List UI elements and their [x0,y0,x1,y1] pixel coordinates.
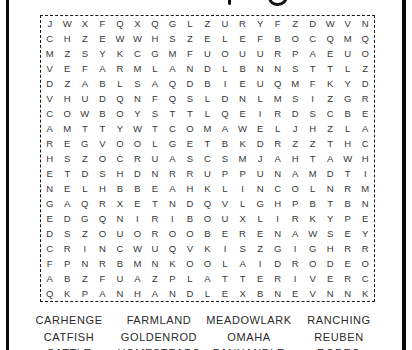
grid-cell[interactable]: U [216,211,234,226]
grid-cell[interactable]: B [59,271,77,286]
grid-cell[interactable]: R [269,136,287,151]
grid-cell[interactable]: R [269,46,287,61]
grid-cell[interactable]: Q [164,76,182,91]
grid-cell[interactable]: U [251,46,269,61]
grid-cell[interactable]: G [76,211,94,226]
grid-cell[interactable]: K [356,286,374,301]
grid-cell[interactable]: L [269,121,287,136]
grid-cell[interactable]: A [94,286,112,301]
grid-cell[interactable]: Z [321,121,339,136]
grid-cell[interactable]: K [111,46,129,61]
grid-cell[interactable]: K [199,181,217,196]
grid-cell[interactable]: D [129,166,147,181]
grid-cell[interactable]: N [146,256,164,271]
grid-cell[interactable]: W [59,16,77,31]
grid-cell[interactable]: D [94,91,112,106]
grid-cell[interactable]: A [286,226,304,241]
grid-cell[interactable]: N [269,61,287,76]
grid-cell[interactable]: J [41,16,59,31]
grid-cell[interactable]: D [269,256,287,271]
grid-cell[interactable]: C [129,46,147,61]
grid-cell[interactable]: M [129,61,147,76]
grid-cell[interactable]: E [146,181,164,196]
grid-cell[interactable]: I [251,256,269,271]
grid-cell[interactable]: D [76,166,94,181]
grid-cell[interactable]: R [146,226,164,241]
grid-cell[interactable]: D [304,16,322,31]
grid-cell[interactable]: N [94,241,112,256]
grid-cell[interactable]: M [59,121,77,136]
grid-cell[interactable]: O [356,256,374,271]
grid-cell[interactable]: B [234,61,252,76]
grid-cell[interactable]: Q [269,76,287,91]
grid-cell[interactable]: I [234,181,252,196]
grid-cell[interactable]: W [129,241,147,256]
grid-cell[interactable]: N [339,286,357,301]
grid-cell[interactable]: S [59,226,77,241]
grid-cell[interactable]: Z [76,271,94,286]
grid-cell[interactable]: G [269,241,287,256]
grid-cell[interactable]: Z [286,136,304,151]
grid-cell[interactable]: D [216,91,234,106]
grid-cell[interactable]: T [321,196,339,211]
grid-cell[interactable]: L [234,196,252,211]
grid-cell[interactable]: E [234,31,252,46]
grid-cell[interactable]: R [269,106,287,121]
grid-cell[interactable]: B [94,106,112,121]
grid-cell[interactable]: H [181,181,199,196]
grid-cell[interactable]: G [164,16,182,31]
grid-cell[interactable]: R [339,271,357,286]
grid-cell[interactable]: D [251,136,269,151]
grid-cell[interactable]: Z [76,226,94,241]
grid-cell[interactable]: S [76,46,94,61]
grid-cell[interactable]: R [356,241,374,256]
grid-cell[interactable]: A [164,181,182,196]
grid-cell[interactable]: O [286,181,304,196]
grid-cell[interactable]: D [41,226,59,241]
grid-cell[interactable]: E [339,226,357,241]
grid-cell[interactable]: M [164,46,182,61]
grid-cell[interactable]: D [181,196,199,211]
grid-cell[interactable]: R [339,241,357,256]
grid-cell[interactable]: S [304,106,322,121]
grid-cell[interactable]: N [356,16,374,31]
grid-cell[interactable]: B [94,76,112,91]
grid-cell[interactable]: C [269,181,287,196]
grid-cell[interactable]: C [199,151,217,166]
grid-cell[interactable]: N [76,256,94,271]
grid-cell[interactable]: N [269,226,287,241]
grid-cell[interactable]: O [129,226,147,241]
grid-cell[interactable]: U [251,76,269,91]
grid-cell[interactable]: N [146,166,164,181]
grid-cell[interactable]: R [339,181,357,196]
grid-cell[interactable]: Q [356,31,374,46]
grid-cell[interactable]: V [304,286,322,301]
grid-cell[interactable]: S [146,106,164,121]
grid-cell[interactable]: X [111,196,129,211]
grid-cell[interactable]: L [199,286,217,301]
grid-cell[interactable]: D [59,211,77,226]
grid-cell[interactable]: T [59,166,77,181]
grid-cell[interactable]: L [339,121,357,136]
grid-cell[interactable]: A [94,61,112,76]
grid-cell[interactable]: E [251,121,269,136]
grid-cell[interactable]: N [269,166,287,181]
grid-cell[interactable]: E [234,106,252,121]
grid-cell[interactable]: E [129,196,147,211]
grid-cell[interactable]: R [59,241,77,256]
grid-cell[interactable]: U [234,46,252,61]
grid-cell[interactable]: W [234,121,252,136]
grid-cell[interactable]: E [94,31,112,46]
grid-cell[interactable]: Z [146,271,164,286]
grid-cell[interactable]: N [321,286,339,301]
grid-cell[interactable]: L [146,61,164,76]
grid-cell[interactable]: V [41,61,59,76]
grid-cell[interactable]: H [339,136,357,151]
grid-cell[interactable]: Z [59,46,77,61]
grid-cell[interactable]: A [41,121,59,136]
grid-cell[interactable]: G [76,136,94,151]
grid-cell[interactable]: A [199,271,217,286]
grid-cell[interactable]: T [234,271,252,286]
grid-cell[interactable]: C [164,121,182,136]
grid-cell[interactable]: S [94,166,112,181]
grid-cell[interactable]: T [321,61,339,76]
grid-cell[interactable]: E [251,226,269,241]
grid-cell[interactable]: B [339,106,357,121]
grid-cell[interactable]: A [129,271,147,286]
grid-cell[interactable]: O [129,136,147,151]
grid-cell[interactable]: V [216,196,234,211]
grid-cell[interactable]: P [286,196,304,211]
grid-cell[interactable]: T [146,121,164,136]
grid-cell[interactable]: S [181,91,199,106]
grid-cell[interactable]: O [94,151,112,166]
grid-cell[interactable]: N [181,61,199,76]
grid-cell[interactable]: H [146,31,164,46]
grid-cell[interactable]: I [286,271,304,286]
grid-cell[interactable]: I [216,241,234,256]
grid-cell[interactable]: M [41,46,59,61]
grid-cell[interactable]: H [356,151,374,166]
grid-cell[interactable]: L [216,61,234,76]
grid-cell[interactable]: N [321,181,339,196]
grid-cell[interactable]: H [129,286,147,301]
grid-cell[interactable]: U [216,16,234,31]
grid-cell[interactable]: I [164,211,182,226]
grid-cell[interactable]: E [234,76,252,91]
grid-cell[interactable]: T [76,121,94,136]
grid-cell[interactable]: L [251,91,269,106]
grid-cell[interactable]: K [164,256,182,271]
grid-cell[interactable]: A [146,76,164,91]
grid-cell[interactable]: N [129,91,147,106]
grid-cell[interactable]: H [41,151,59,166]
grid-cell[interactable]: Y [321,211,339,226]
grid-cell[interactable]: F [304,76,322,91]
grid-cell[interactable]: A [269,151,287,166]
grid-cell[interactable]: B [111,256,129,271]
grid-cell[interactable]: N [234,91,252,106]
grid-cell[interactable]: P [76,286,94,301]
grid-cell[interactable]: R [286,256,304,271]
grid-cell[interactable]: W [76,106,94,121]
grid-cell[interactable]: W [304,226,322,241]
grid-cell[interactable]: T [304,61,322,76]
grid-cell[interactable]: T [146,196,164,211]
grid-cell[interactable]: S [216,151,234,166]
grid-cell[interactable]: Y [94,46,112,61]
grid-cell[interactable]: A [304,46,322,61]
grid-cell[interactable]: Z [286,16,304,31]
grid-cell[interactable]: W [339,151,357,166]
grid-cell[interactable]: Z [59,76,77,91]
grid-cell[interactable]: D [321,256,339,271]
grid-cell[interactable]: G [304,241,322,256]
grid-cell[interactable]: O [356,46,374,61]
grid-cell[interactable]: O [94,226,112,241]
grid-cell[interactable]: D [286,106,304,121]
grid-cell[interactable]: U [111,271,129,286]
grid-cell[interactable]: F [146,91,164,106]
grid-cell[interactable]: S [181,151,199,166]
grid-cell[interactable]: B [304,196,322,211]
grid-cell[interactable]: E [59,181,77,196]
grid-cell[interactable]: B [199,76,217,91]
grid-cell[interactable]: R [94,256,112,271]
grid-cell[interactable]: X [234,286,252,301]
grid-cell[interactable]: B [111,181,129,196]
grid-cell[interactable]: O [199,256,217,271]
grid-cell[interactable]: S [286,91,304,106]
grid-cell[interactable]: C [41,106,59,121]
grid-cell[interactable]: U [339,46,357,61]
grid-cell[interactable]: H [269,196,287,211]
grid-cell[interactable]: M [286,76,304,91]
grid-cell[interactable]: E [321,271,339,286]
grid-cell[interactable]: Q [164,241,182,256]
grid-cell[interactable]: Z [76,151,94,166]
grid-cell[interactable]: C [41,31,59,46]
grid-cell[interactable]: H [111,166,129,181]
grid-cell[interactable]: M [234,151,252,166]
grid-cell[interactable]: L [199,91,217,106]
grid-cell[interactable]: J [286,121,304,136]
grid-cell[interactable]: H [321,241,339,256]
grid-cell[interactable]: Q [199,196,217,211]
grid-cell[interactable]: F [181,46,199,61]
grid-cell[interactable]: F [94,16,112,31]
grid-cell[interactable]: Q [146,16,164,31]
grid-cell[interactable]: C [321,106,339,121]
grid-cell[interactable]: U [199,46,217,61]
grid-cell[interactable]: R [94,196,112,211]
grid-cell[interactable]: R [356,91,374,106]
grid-cell[interactable]: I [76,241,94,256]
grid-cell[interactable]: S [321,226,339,241]
grid-cell[interactable]: G [41,196,59,211]
grid-cell[interactable]: Q [164,91,182,106]
grid-cell[interactable]: T [304,151,322,166]
grid-cell[interactable]: M [199,121,217,136]
grid-cell[interactable]: N [251,61,269,76]
grid-cell[interactable]: S [59,151,77,166]
grid-cell[interactable]: U [251,166,269,181]
grid-cell[interactable]: M [129,256,147,271]
grid-cell[interactable]: P [164,271,182,286]
grid-cell[interactable]: Q [111,16,129,31]
grid-cell[interactable]: Z [356,61,374,76]
grid-cell[interactable]: R [181,166,199,181]
grid-cell[interactable]: D [41,76,59,91]
grid-cell[interactable]: H [59,91,77,106]
grid-cell[interactable]: O [181,121,199,136]
grid-cell[interactable]: R [234,16,252,31]
grid-cell[interactable]: M [356,181,374,196]
grid-cell[interactable]: H [286,151,304,166]
grid-cell[interactable]: E [199,31,217,46]
grid-cell[interactable]: P [59,256,77,271]
grid-cell[interactable]: R [234,226,252,241]
grid-cell[interactable]: I [251,106,269,121]
grid-cell[interactable]: R [146,211,164,226]
grid-cell[interactable]: T [339,166,357,181]
grid-cell[interactable]: R [164,166,182,181]
grid-cell[interactable]: U [76,91,94,106]
grid-cell[interactable]: O [199,211,217,226]
grid-cell[interactable]: H [304,121,322,136]
grid-cell[interactable]: L [181,271,199,286]
grid-cell[interactable]: I [356,166,374,181]
grid-cell[interactable]: W [321,16,339,31]
grid-cell[interactable]: U [146,151,164,166]
grid-cell[interactable]: R [286,211,304,226]
grid-cell[interactable]: L [251,211,269,226]
grid-cell[interactable]: F [76,61,94,76]
grid-cell[interactable]: T [321,136,339,151]
grid-cell[interactable]: U [146,241,164,256]
grid-cell[interactable]: W [111,31,129,46]
grid-cell[interactable]: B [339,196,357,211]
grid-cell[interactable]: Q [94,211,112,226]
grid-cell[interactable]: I [269,211,287,226]
grid-cell[interactable]: R [41,136,59,151]
grid-cell[interactable]: V [181,241,199,256]
grid-cell[interactable]: X [129,16,147,31]
grid-cell[interactable]: A [76,76,94,91]
grid-cell[interactable]: G [164,136,182,151]
grid-cell[interactable]: L [216,181,234,196]
grid-cell[interactable]: I [129,211,147,226]
grid-cell[interactable]: K [234,136,252,151]
grid-cell[interactable]: N [164,196,182,211]
grid-cell[interactable]: A [216,121,234,136]
grid-cell[interactable]: G [146,46,164,61]
grid-cell[interactable]: W [129,121,147,136]
grid-cell[interactable]: H [59,31,77,46]
grid-cell[interactable]: R [129,151,147,166]
grid-cell[interactable]: W [129,31,147,46]
grid-cell[interactable]: L [216,256,234,271]
grid-cell[interactable]: F [251,31,269,46]
grid-cell[interactable]: S [234,241,252,256]
grid-cell[interactable]: P [234,166,252,181]
grid-cell[interactable]: X [76,16,94,31]
grid-cell[interactable]: Q [111,91,129,106]
grid-cell[interactable]: A [41,271,59,286]
grid-cell[interactable]: Z [199,16,217,31]
grid-cell[interactable]: S [164,31,182,46]
grid-cell[interactable]: C [356,271,374,286]
grid-cell[interactable]: N [164,286,182,301]
grid-cell[interactable]: O [59,106,77,121]
grid-cell[interactable]: O [181,256,199,271]
grid-cell[interactable]: D [199,61,217,76]
grid-cell[interactable]: I [304,91,322,106]
grid-cell[interactable]: A [286,166,304,181]
grid-cell[interactable]: R [269,271,287,286]
grid-cell[interactable]: B [269,31,287,46]
grid-cell[interactable]: V [339,16,357,31]
grid-cell[interactable]: U [199,166,217,181]
grid-cell[interactable]: Z [321,91,339,106]
grid-cell[interactable]: D [321,166,339,181]
grid-cell[interactable]: Y [339,76,357,91]
grid-cell[interactable]: Z [76,31,94,46]
grid-cell[interactable]: V [41,91,59,106]
grid-cell[interactable]: G [251,196,269,211]
grid-cell[interactable]: V [304,271,322,286]
grid-cell[interactable]: O [111,106,129,121]
grid-cell[interactable]: N [111,211,129,226]
grid-cell[interactable]: E [356,106,374,121]
grid-cell[interactable]: A [321,151,339,166]
grid-cell[interactable]: I [286,241,304,256]
grid-cell[interactable]: P [339,211,357,226]
grid-cell[interactable]: E [216,226,234,241]
grid-cell[interactable]: K [304,211,322,226]
grid-cell[interactable]: O [286,31,304,46]
grid-cell[interactable]: D [181,286,199,301]
grid-cell[interactable]: C [111,241,129,256]
grid-cell[interactable]: M [269,91,287,106]
grid-cell[interactable]: P [216,166,234,181]
grid-cell[interactable]: E [286,286,304,301]
grid-cell[interactable]: N [41,181,59,196]
grid-cell[interactable]: R [111,61,129,76]
grid-cell[interactable]: T [164,106,182,121]
grid-cell[interactable]: N [269,286,287,301]
grid-cell[interactable]: N [356,196,374,211]
grid-cell[interactable]: Y [111,121,129,136]
grid-cell[interactable]: E [59,136,77,151]
grid-cell[interactable]: C [111,151,129,166]
grid-cell[interactable]: B [181,211,199,226]
grid-cell[interactable]: F [41,256,59,271]
grid-cell[interactable]: B [251,286,269,301]
grid-cell[interactable]: I [216,76,234,91]
grid-cell[interactable]: A [59,196,77,211]
grid-cell[interactable]: Y [251,16,269,31]
grid-cell[interactable]: Q [216,106,234,121]
grid-cell[interactable]: L [339,61,357,76]
grid-cell[interactable]: E [41,211,59,226]
grid-cell[interactable]: G [339,91,357,106]
grid-cell[interactable]: C [304,31,322,46]
